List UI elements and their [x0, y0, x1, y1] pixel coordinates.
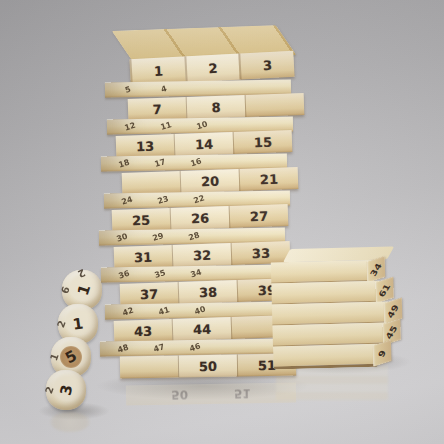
block-end-number: 23: [151, 193, 175, 208]
block-end-number: 40: [188, 303, 212, 318]
block-number: 32: [193, 247, 212, 263]
block-end-number: 24: [115, 193, 139, 208]
die-face-left: 2: [43, 385, 56, 395]
block-face: 25: [112, 208, 171, 232]
block-end-number: 11: [154, 119, 178, 134]
block-end-number: 29: [146, 230, 170, 245]
block-face: 21: [239, 167, 299, 191]
block-face: 8: [186, 95, 246, 119]
block-number: 7: [152, 101, 162, 116]
product-photo-scene: 50 51 1235478121110131415181716202124232…: [0, 0, 444, 444]
reflected-block-number: 50: [171, 387, 188, 401]
block-face: 27: [229, 204, 289, 228]
block-face: 2: [184, 54, 240, 83]
block-end-number: 17: [148, 156, 172, 171]
block-face: 44: [172, 317, 232, 341]
block-face: 20: [180, 169, 240, 193]
pile-block-end: 34: [367, 256, 385, 283]
block-face: 13: [116, 134, 175, 158]
block-end-number: 10: [190, 118, 214, 133]
reflected-block-number: 51: [234, 386, 251, 400]
block-number: 14: [195, 136, 214, 152]
block-end-number: 30: [110, 230, 134, 245]
block-number: 25: [132, 212, 151, 228]
block-face: 38: [178, 280, 238, 304]
pile-block-end: 9: [373, 340, 391, 367]
block-number: 21: [260, 171, 279, 187]
block-face: 31: [114, 245, 173, 269]
block-number: 44: [193, 321, 212, 337]
pile-end-number: 34: [368, 261, 383, 277]
block-end-number: 4: [152, 82, 176, 97]
block-number: 31: [134, 249, 153, 265]
block-number: 8: [211, 99, 221, 114]
pile-block: 45: [272, 323, 387, 347]
die-face-front: 1: [72, 314, 85, 333]
die-face-left: 1: [48, 352, 61, 362]
block-end-number: 22: [187, 192, 211, 207]
wooden-die-4: 23: [46, 370, 86, 410]
pile-end-number: 45: [384, 324, 399, 340]
block-end-number: 28: [182, 229, 206, 244]
pile-block-end: 61: [375, 277, 393, 304]
block-number: 13: [136, 138, 155, 154]
block-number: 2: [208, 60, 218, 75]
block-end-number: 46: [183, 340, 207, 355]
block-face: [245, 93, 305, 117]
side-block-pile: 346149459: [270, 246, 393, 369]
block-face: 3: [239, 51, 295, 80]
block-number: 27: [250, 208, 269, 224]
block-end-number: 18: [112, 156, 136, 171]
dice-stack: 261211523: [46, 270, 156, 420]
block-number: 26: [191, 210, 210, 226]
die-face-left: 2: [55, 319, 68, 329]
pile-end-number: 9: [376, 348, 388, 358]
pile-block: 9: [273, 344, 378, 370]
block-end-number: 12: [118, 119, 142, 134]
block-end-number: 34: [184, 266, 208, 281]
block-face: 14: [174, 132, 234, 156]
die-face-left: 6: [59, 285, 72, 295]
block-face: 26: [170, 206, 230, 230]
block-number: 38: [199, 284, 218, 300]
block-face: 50: [178, 354, 237, 377]
block-number: 3: [263, 57, 273, 72]
pile-end-number: 49: [385, 303, 400, 319]
block-number: 20: [201, 173, 220, 189]
block-face: 32: [172, 243, 232, 267]
pile-block: 61: [271, 281, 380, 305]
block-end-number: 16: [184, 155, 208, 170]
pile-block: 49: [272, 302, 389, 326]
pile-end-number: 61: [377, 282, 392, 298]
die-face-top: 2: [76, 267, 87, 280]
die-face-front: 1: [74, 282, 94, 297]
block-number: 15: [254, 134, 273, 150]
pile-block: 34: [271, 260, 372, 284]
block-end-number: 5: [116, 82, 140, 97]
block-number: 50: [199, 358, 217, 373]
block-number: 33: [252, 245, 271, 261]
block-face: 15: [233, 130, 293, 154]
block-number: 1: [153, 63, 163, 78]
die-face-front: 3: [57, 383, 77, 397]
pile-planks: 346149459: [271, 259, 394, 369]
